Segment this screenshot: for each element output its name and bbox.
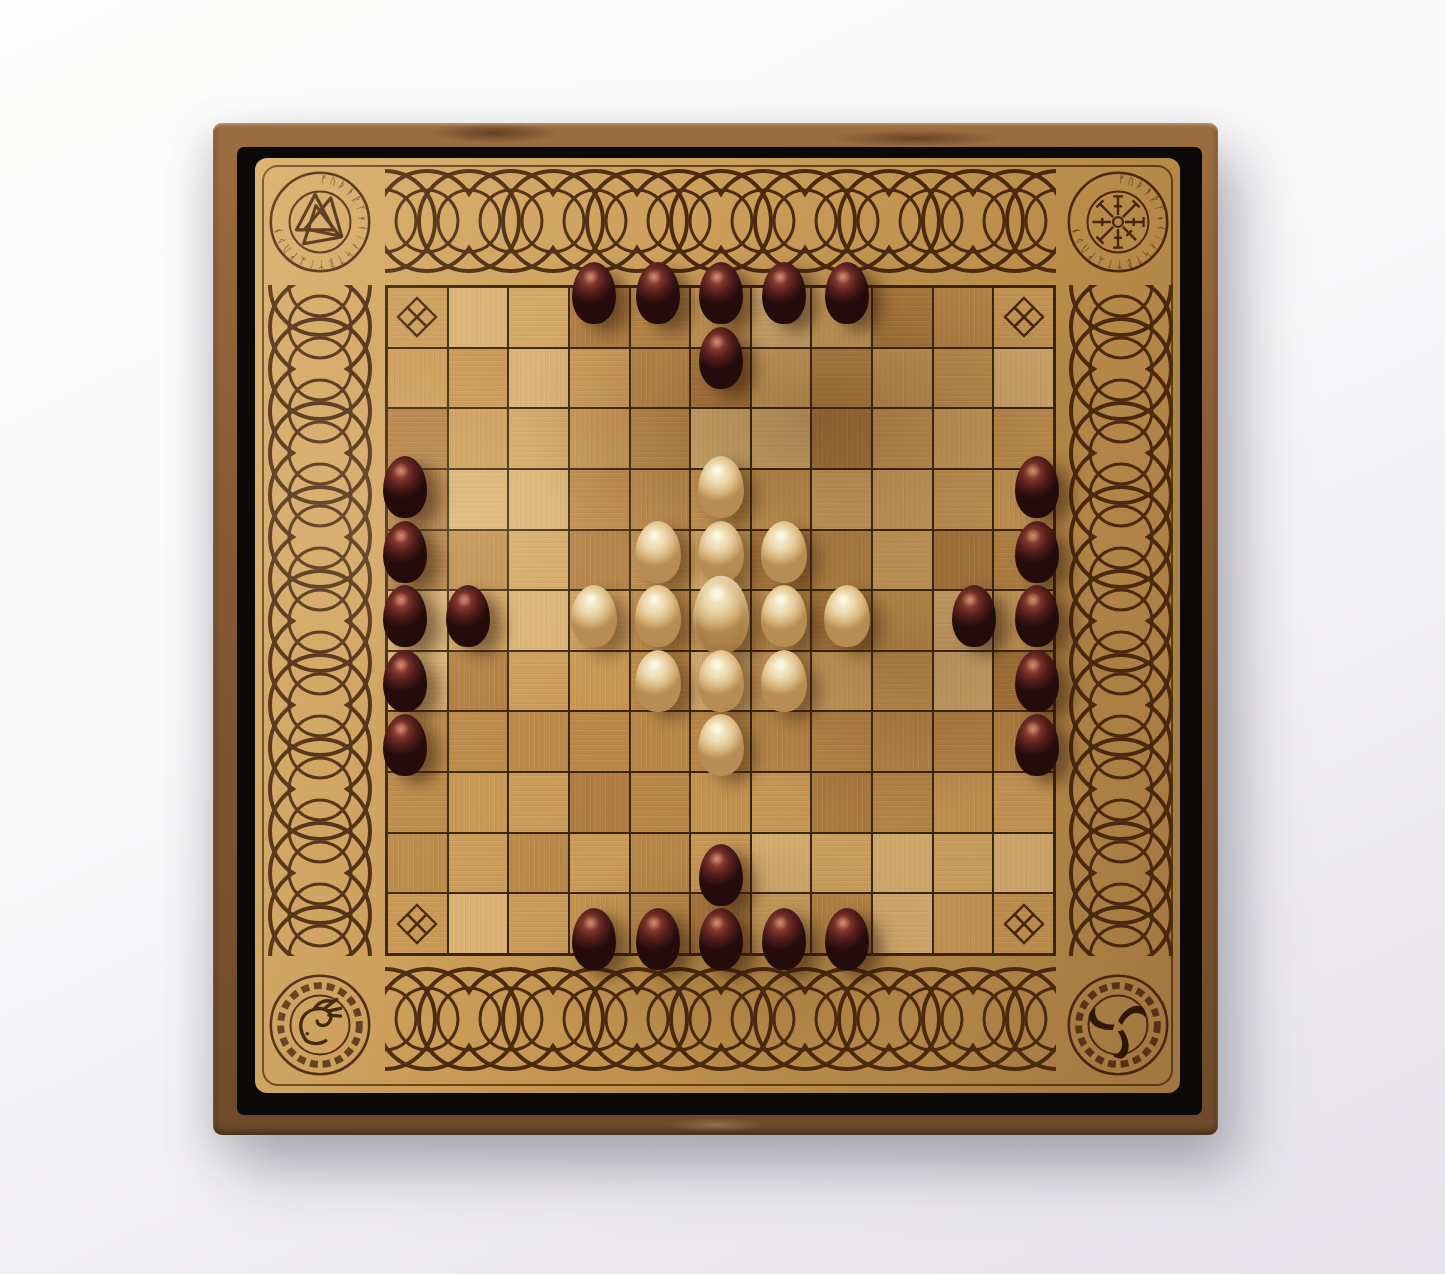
board-recess-shadow: ᚠᚢᚦᚬᚱᚴᚼᚾᛁᛅᛋᛏᛒᛘᛚᛦᚠᚢᚦᚬ ᚠᚢᚦᚬᚱᚴᚼᚾᛁᛅᛋᛏᛒᛘᛚᛦᚠᚢᚦ… <box>237 147 1202 1115</box>
cell-e8[interactable] <box>631 712 690 771</box>
defender-piece-f5[interactable] <box>698 521 744 583</box>
attacker-piece-a4[interactable] <box>383 456 427 518</box>
cell-h9[interactable] <box>812 773 871 832</box>
cell-h5[interactable] <box>812 531 871 590</box>
attacker-piece-g1[interactable] <box>762 262 806 324</box>
cell-b9[interactable] <box>449 773 508 832</box>
corner-rune-mark-icon <box>1002 902 1046 946</box>
cell-j10[interactable] <box>934 834 993 893</box>
cell-i3[interactable] <box>873 409 932 468</box>
cell-b5[interactable] <box>449 531 508 590</box>
attacker-piece-f1[interactable] <box>699 262 743 324</box>
knotwork-band-right <box>1056 285 1180 956</box>
attacker-piece-f10[interactable] <box>699 844 743 906</box>
attacker-piece-k7[interactable] <box>1015 650 1059 712</box>
corner-rune-mark-icon <box>1002 295 1046 339</box>
cell-i9[interactable] <box>873 773 932 832</box>
cell-b2[interactable] <box>449 349 508 408</box>
cell-j11[interactable] <box>934 894 993 953</box>
hnefatafl-board: ᚠᚢᚦᚬᚱᚴᚼᚾᛁᛅᛋᛏᛒᛘᛚᛦᚠᚢᚦᚬ ᚠᚢᚦᚬᚱᚴᚼᚾᛁᛅᛋᛏᛒᛘᛚᛦᚠᚢᚦ… <box>255 158 1180 1093</box>
cell-a10[interactable] <box>388 834 447 893</box>
cell-c4[interactable] <box>509 470 568 529</box>
attacker-piece-h11[interactable] <box>825 908 869 970</box>
defender-piece-f4[interactable] <box>698 456 744 518</box>
horns-emblem-icon <box>1059 966 1177 1084</box>
attacker-piece-e11[interactable] <box>636 908 680 970</box>
cell-g3[interactable] <box>752 409 811 468</box>
defender-piece-g6[interactable] <box>761 585 807 647</box>
cell-a9[interactable] <box>388 773 447 832</box>
cell-b3[interactable] <box>449 409 508 468</box>
attacker-piece-a7[interactable] <box>383 650 427 712</box>
cell-i2[interactable] <box>873 349 932 408</box>
cell-d4[interactable] <box>570 470 629 529</box>
valknut-emblem-icon: ᚠᚢᚦᚬᚱᚴᚼᚾᛁᛅᛋᛏᛒᛘᛚᛦᚠᚢᚦᚬ <box>261 163 379 281</box>
dragon-emblem-icon <box>261 966 379 1084</box>
attacker-piece-k8[interactable] <box>1015 714 1059 776</box>
defender-piece-e5[interactable] <box>635 521 681 583</box>
cell-d5[interactable] <box>570 531 629 590</box>
cell-e3[interactable] <box>631 409 690 468</box>
defender-piece-e6[interactable] <box>635 585 681 647</box>
cell-i4[interactable] <box>873 470 932 529</box>
cell-c10[interactable] <box>509 834 568 893</box>
attacker-piece-k5[interactable] <box>1015 521 1059 583</box>
attacker-piece-g11[interactable] <box>762 908 806 970</box>
cell-c6[interactable] <box>509 591 568 650</box>
attacker-piece-k6[interactable] <box>1015 585 1059 647</box>
cell-b8[interactable] <box>449 712 508 771</box>
knotwork-band-left <box>255 285 385 956</box>
cell-h10[interactable] <box>812 834 871 893</box>
cell-c1[interactable] <box>509 288 568 347</box>
corner-panel-top-left: ᚠᚢᚦᚬᚱᚴᚼᚾᛁᛅᛋᛏᛒᛘᛚᛦᚠᚢᚦᚬ <box>255 158 385 285</box>
cell-c2[interactable] <box>509 349 568 408</box>
attacker-piece-k4[interactable] <box>1015 456 1059 518</box>
cell-c7[interactable] <box>509 652 568 711</box>
cell-d3[interactable] <box>570 409 629 468</box>
attacker-piece-a6[interactable] <box>383 585 427 647</box>
attacker-piece-f11[interactable] <box>699 908 743 970</box>
cell-g10[interactable] <box>752 834 811 893</box>
cell-i6[interactable] <box>873 591 932 650</box>
attacker-piece-a5[interactable] <box>383 521 427 583</box>
corner-panel-bottom-left <box>255 956 385 1093</box>
cell-g9[interactable] <box>752 773 811 832</box>
cell-a1[interactable] <box>388 288 447 347</box>
cell-b7[interactable] <box>449 652 508 711</box>
attacker-piece-b6[interactable] <box>446 585 490 647</box>
cell-d7[interactable] <box>570 652 629 711</box>
cell-i1[interactable] <box>873 288 932 347</box>
cell-k11[interactable] <box>994 894 1053 953</box>
cell-d9[interactable] <box>570 773 629 832</box>
cell-c5[interactable] <box>509 531 568 590</box>
attacker-piece-d1[interactable] <box>572 262 616 324</box>
knotwork-band-bottom <box>385 956 1056 1093</box>
cell-a11[interactable] <box>388 894 447 953</box>
cell-h8[interactable] <box>812 712 871 771</box>
cell-i10[interactable] <box>873 834 932 893</box>
defender-piece-h6[interactable] <box>824 585 870 647</box>
corner-rune-mark-icon <box>395 295 439 339</box>
defender-piece-d6[interactable] <box>571 585 617 647</box>
attacker-piece-f2[interactable] <box>699 327 743 389</box>
cell-i7[interactable] <box>873 652 932 711</box>
cell-j4[interactable] <box>934 470 993 529</box>
cell-d8[interactable] <box>570 712 629 771</box>
cell-j5[interactable] <box>934 531 993 590</box>
defender-piece-g7[interactable] <box>761 650 807 712</box>
cell-c3[interactable] <box>509 409 568 468</box>
cell-h2[interactable] <box>812 349 871 408</box>
cell-k1[interactable] <box>994 288 1053 347</box>
attacker-piece-j6[interactable] <box>952 585 996 647</box>
cell-i8[interactable] <box>873 712 932 771</box>
cell-b10[interactable] <box>449 834 508 893</box>
cell-d2[interactable] <box>570 349 629 408</box>
cell-b1[interactable] <box>449 288 508 347</box>
king-piece-f6[interactable] <box>693 575 749 653</box>
cell-e2[interactable] <box>631 349 690 408</box>
cell-h3[interactable] <box>812 409 871 468</box>
defender-piece-e7[interactable] <box>635 650 681 712</box>
vegvisir-emblem-icon: ᚠᚢᚦᚬᚱᚴᚼᚾᛁᛅᛋᛏᛒᛘᛚᛦᚠᚢᚦᚬ <box>1059 163 1177 281</box>
studio-photo-backdrop: ᚠᚢᚦᚬᚱᚴᚼᚾᛁᛅᛋᛏᛒᛘᛚᛦᚠᚢᚦᚬ ᚠᚢᚦᚬᚱᚴᚼᚾᛁᛅᛋᛏᛒᛘᛚᛦᚠᚢᚦ… <box>0 0 1445 1274</box>
wooden-game-box-frame: ᚠᚢᚦᚬᚱᚴᚼᚾᛁᛅᛋᛏᛒᛘᛚᛦᚠᚢᚦᚬ ᚠᚢᚦᚬᚱᚴᚼᚾᛁᛅᛋᛏᛒᛘᛚᛦᚠᚢᚦ… <box>213 123 1218 1135</box>
cell-j3[interactable] <box>934 409 993 468</box>
cell-e10[interactable] <box>631 834 690 893</box>
cell-c11[interactable] <box>509 894 568 953</box>
cell-k9[interactable] <box>994 773 1053 832</box>
defender-piece-f8[interactable] <box>698 714 744 776</box>
cell-a2[interactable] <box>388 349 447 408</box>
cell-g8[interactable] <box>752 712 811 771</box>
cell-j8[interactable] <box>934 712 993 771</box>
cell-j2[interactable] <box>934 349 993 408</box>
cell-j9[interactable] <box>934 773 993 832</box>
defender-piece-g5[interactable] <box>761 521 807 583</box>
cell-g2[interactable] <box>752 349 811 408</box>
corner-rune-mark-icon <box>395 902 439 946</box>
cell-i11[interactable] <box>873 894 932 953</box>
cell-d10[interactable] <box>570 834 629 893</box>
cell-f9[interactable] <box>691 773 750 832</box>
cell-h4[interactable] <box>812 470 871 529</box>
attacker-piece-e1[interactable] <box>636 262 680 324</box>
cell-c8[interactable] <box>509 712 568 771</box>
attacker-piece-h1[interactable] <box>825 262 869 324</box>
odin-horns-emblem-icon <box>1056 956 1180 1093</box>
cell-b11[interactable] <box>449 894 508 953</box>
cell-e9[interactable] <box>631 773 690 832</box>
defender-piece-f7[interactable] <box>698 650 744 712</box>
cell-j7[interactable] <box>934 652 993 711</box>
cell-h7[interactable] <box>812 652 871 711</box>
cell-j1[interactable] <box>934 288 993 347</box>
corner-panel-top-right: ᚠᚢᚦᚬᚱᚴᚼᚾᛁᛅᛋᛏᛒᛘᛚᛦᚠᚢᚦᚬ <box>1056 158 1180 285</box>
attacker-piece-d11[interactable] <box>572 908 616 970</box>
cell-k10[interactable] <box>994 834 1053 893</box>
attacker-piece-a8[interactable] <box>383 714 427 776</box>
cell-c9[interactable] <box>509 773 568 832</box>
cell-b4[interactable] <box>449 470 508 529</box>
cell-k2[interactable] <box>994 349 1053 408</box>
cell-i5[interactable] <box>873 531 932 590</box>
